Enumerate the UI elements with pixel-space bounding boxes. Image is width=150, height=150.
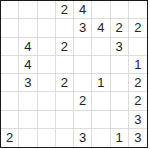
grid-cell[interactable]: [111, 74, 129, 92]
grid-cell[interactable]: [111, 111, 129, 129]
grid-cell[interactable]: [38, 129, 56, 147]
grid-cell[interactable]: [92, 1, 110, 19]
grid-cell[interactable]: [74, 56, 92, 74]
clue-cell: 4: [19, 38, 37, 56]
clue-cell: 3: [74, 129, 92, 147]
grid-cell[interactable]: [19, 92, 37, 110]
grid-cell[interactable]: [111, 1, 129, 19]
grid-cell[interactable]: [1, 56, 19, 74]
clue-cell: 2: [56, 1, 74, 19]
grid-cell[interactable]: [74, 74, 92, 92]
grid-cell[interactable]: [38, 19, 56, 37]
clue-cell: 3: [19, 74, 37, 92]
grid-cell[interactable]: [38, 74, 56, 92]
grid-cell[interactable]: [19, 129, 37, 147]
grid-cell[interactable]: [1, 19, 19, 37]
clue-cell: 2: [1, 129, 19, 147]
clue-cell: 4: [74, 1, 92, 19]
grid-cell[interactable]: [19, 1, 37, 19]
clue-cell: 4: [19, 56, 37, 74]
grid-cell[interactable]: [74, 111, 92, 129]
grid-cell[interactable]: [38, 92, 56, 110]
grid-cell[interactable]: [1, 38, 19, 56]
grid-cell[interactable]: [38, 111, 56, 129]
grid-cell[interactable]: [92, 38, 110, 56]
clue-cell: 1: [129, 56, 147, 74]
clue-cell: 2: [56, 38, 74, 56]
grid-cell[interactable]: [1, 1, 19, 19]
grid-cell[interactable]: [56, 56, 74, 74]
clue-cell: 1: [92, 74, 110, 92]
clue-cell: 2: [56, 74, 74, 92]
grid-cell[interactable]: [38, 56, 56, 74]
grid-cell[interactable]: [129, 1, 147, 19]
grid-cell[interactable]: [56, 92, 74, 110]
grid-cell[interactable]: [1, 92, 19, 110]
grid-cell[interactable]: [74, 38, 92, 56]
clue-cell: 3: [129, 129, 147, 147]
puzzle-board: 2434224234132122232313: [0, 0, 148, 148]
grid-cell[interactable]: [56, 111, 74, 129]
grid-cell[interactable]: [19, 111, 37, 129]
clue-cell: 3: [74, 19, 92, 37]
clue-cell: 2: [129, 19, 147, 37]
grid-cell[interactable]: [129, 38, 147, 56]
grid-cell[interactable]: [1, 74, 19, 92]
clue-cell: 4: [92, 19, 110, 37]
grid-cell[interactable]: [38, 1, 56, 19]
clue-cell: 2: [129, 74, 147, 92]
clue-cell: 2: [129, 92, 147, 110]
grid-cell[interactable]: [92, 111, 110, 129]
clue-cell: 1: [111, 129, 129, 147]
clue-cell: 3: [129, 111, 147, 129]
grid-cell[interactable]: [38, 38, 56, 56]
grid-cell[interactable]: [111, 92, 129, 110]
grid-cell[interactable]: [19, 19, 37, 37]
grid-cell[interactable]: [56, 19, 74, 37]
clue-cell: 2: [74, 92, 92, 110]
grid-cell[interactable]: [56, 129, 74, 147]
grid-cell[interactable]: [92, 92, 110, 110]
clue-cell: 2: [111, 19, 129, 37]
grid-cell[interactable]: [92, 129, 110, 147]
grid-cell[interactable]: [92, 56, 110, 74]
grid-cell[interactable]: [1, 111, 19, 129]
grid-cell[interactable]: [111, 56, 129, 74]
clue-cell: 3: [111, 38, 129, 56]
